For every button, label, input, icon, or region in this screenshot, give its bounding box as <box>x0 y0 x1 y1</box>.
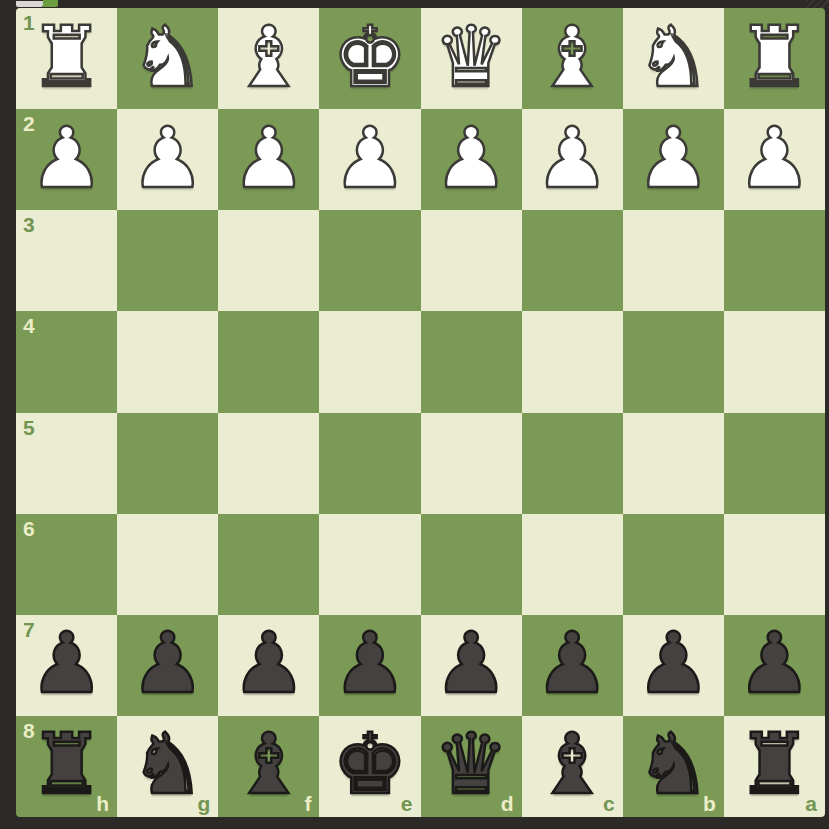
chess-board: 1♜♞♝♚♛♝♞♜2♟♟♟♟♟♟♟♟34567♟♟♟♟♟♟♟♟8h♜g♞f♝e♚… <box>16 8 825 817</box>
piece-black-pawn[interactable]: ♟ <box>433 621 508 705</box>
square-e4[interactable] <box>319 311 420 412</box>
cutoff-ui-fragment-left-green <box>43 0 58 7</box>
square-e3[interactable] <box>319 210 420 311</box>
square-g2[interactable]: ♟ <box>117 109 218 210</box>
piece-black-queen[interactable]: ♛ <box>433 722 508 806</box>
square-e6[interactable] <box>319 514 420 615</box>
square-b1[interactable]: ♞ <box>623 8 724 109</box>
square-b4[interactable] <box>623 311 724 412</box>
square-g1[interactable]: ♞ <box>117 8 218 109</box>
square-c6[interactable] <box>522 514 623 615</box>
square-f8[interactable]: f♝ <box>218 716 319 817</box>
piece-white-bishop[interactable]: ♝ <box>535 15 610 99</box>
square-h5[interactable]: 5 <box>16 413 117 514</box>
square-f4[interactable] <box>218 311 319 412</box>
square-g3[interactable] <box>117 210 218 311</box>
piece-white-pawn[interactable]: ♟ <box>433 116 508 200</box>
square-c2[interactable]: ♟ <box>522 109 623 210</box>
piece-black-king[interactable]: ♚ <box>332 722 407 806</box>
piece-black-pawn[interactable]: ♟ <box>737 621 812 705</box>
piece-white-queen[interactable]: ♛ <box>433 15 508 99</box>
square-c7[interactable]: ♟ <box>522 615 623 716</box>
square-b7[interactable]: ♟ <box>623 615 724 716</box>
square-c8[interactable]: c♝ <box>522 716 623 817</box>
piece-black-bishop[interactable]: ♝ <box>535 722 610 806</box>
square-d3[interactable] <box>421 210 522 311</box>
square-d8[interactable]: d♛ <box>421 716 522 817</box>
square-a3[interactable] <box>724 210 825 311</box>
square-d6[interactable] <box>421 514 522 615</box>
square-g8[interactable]: g♞ <box>117 716 218 817</box>
piece-white-knight[interactable]: ♞ <box>130 15 205 99</box>
square-a7[interactable]: ♟ <box>724 615 825 716</box>
piece-white-rook[interactable]: ♜ <box>29 15 104 99</box>
square-f5[interactable] <box>218 413 319 514</box>
square-h6[interactable]: 6 <box>16 514 117 615</box>
square-a8[interactable]: a♜ <box>724 716 825 817</box>
square-e2[interactable]: ♟ <box>319 109 420 210</box>
square-a6[interactable] <box>724 514 825 615</box>
square-h1[interactable]: 1♜ <box>16 8 117 109</box>
piece-white-pawn[interactable]: ♟ <box>535 116 610 200</box>
square-c3[interactable] <box>522 210 623 311</box>
square-b6[interactable] <box>623 514 724 615</box>
piece-white-pawn[interactable]: ♟ <box>737 116 812 200</box>
square-b8[interactable]: b♞ <box>623 716 724 817</box>
piece-white-pawn[interactable]: ♟ <box>636 116 711 200</box>
square-d7[interactable]: ♟ <box>421 615 522 716</box>
square-h8[interactable]: 8h♜ <box>16 716 117 817</box>
piece-black-rook[interactable]: ♜ <box>737 722 812 806</box>
square-d5[interactable] <box>421 413 522 514</box>
square-h2[interactable]: 2♟ <box>16 109 117 210</box>
piece-black-pawn[interactable]: ♟ <box>231 621 306 705</box>
piece-white-king[interactable]: ♚ <box>332 15 407 99</box>
square-b2[interactable]: ♟ <box>623 109 724 210</box>
square-a5[interactable] <box>724 413 825 514</box>
cutoff-ui-fragment-right <box>806 0 829 8</box>
square-f2[interactable]: ♟ <box>218 109 319 210</box>
square-e5[interactable] <box>319 413 420 514</box>
piece-black-pawn[interactable]: ♟ <box>332 621 407 705</box>
square-e1[interactable]: ♚ <box>319 8 420 109</box>
square-f1[interactable]: ♝ <box>218 8 319 109</box>
piece-white-pawn[interactable]: ♟ <box>29 116 104 200</box>
piece-black-knight[interactable]: ♞ <box>130 722 205 806</box>
square-g7[interactable]: ♟ <box>117 615 218 716</box>
square-d2[interactable]: ♟ <box>421 109 522 210</box>
square-b3[interactable] <box>623 210 724 311</box>
square-e7[interactable]: ♟ <box>319 615 420 716</box>
piece-white-pawn[interactable]: ♟ <box>130 116 205 200</box>
square-b5[interactable] <box>623 413 724 514</box>
piece-black-bishop[interactable]: ♝ <box>231 722 306 806</box>
square-a1[interactable]: ♜ <box>724 8 825 109</box>
square-f7[interactable]: ♟ <box>218 615 319 716</box>
piece-black-pawn[interactable]: ♟ <box>535 621 610 705</box>
square-a4[interactable] <box>724 311 825 412</box>
square-h3[interactable]: 3 <box>16 210 117 311</box>
chess-app-page: 1♜♞♝♚♛♝♞♜2♟♟♟♟♟♟♟♟34567♟♟♟♟♟♟♟♟8h♜g♞f♝e♚… <box>0 0 829 829</box>
square-f3[interactable] <box>218 210 319 311</box>
rank-label-4: 4 <box>23 315 35 336</box>
square-e8[interactable]: e♚ <box>319 716 420 817</box>
piece-black-rook[interactable]: ♜ <box>29 722 104 806</box>
rank-label-6: 6 <box>23 518 35 539</box>
square-a2[interactable]: ♟ <box>724 109 825 210</box>
cutoff-ui-fragment-left <box>16 1 43 7</box>
square-h7[interactable]: 7♟ <box>16 615 117 716</box>
piece-black-pawn[interactable]: ♟ <box>636 621 711 705</box>
square-h4[interactable]: 4 <box>16 311 117 412</box>
square-f6[interactable] <box>218 514 319 615</box>
piece-white-rook[interactable]: ♜ <box>737 15 812 99</box>
square-c4[interactable] <box>522 311 623 412</box>
piece-white-pawn[interactable]: ♟ <box>332 116 407 200</box>
square-c1[interactable]: ♝ <box>522 8 623 109</box>
rank-label-5: 5 <box>23 417 35 438</box>
piece-black-pawn[interactable]: ♟ <box>130 621 205 705</box>
piece-white-knight[interactable]: ♞ <box>636 15 711 99</box>
square-d1[interactable]: ♛ <box>421 8 522 109</box>
piece-white-bishop[interactable]: ♝ <box>231 15 306 99</box>
rank-label-3: 3 <box>23 214 35 235</box>
piece-black-pawn[interactable]: ♟ <box>29 621 104 705</box>
piece-black-knight[interactable]: ♞ <box>636 722 711 806</box>
square-c5[interactable] <box>522 413 623 514</box>
square-d4[interactable] <box>421 311 522 412</box>
square-g6[interactable] <box>117 514 218 615</box>
square-g4[interactable] <box>117 311 218 412</box>
piece-white-pawn[interactable]: ♟ <box>231 116 306 200</box>
square-g5[interactable] <box>117 413 218 514</box>
